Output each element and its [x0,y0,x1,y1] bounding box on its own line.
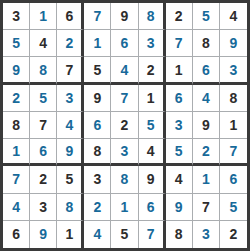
sudoku-cell[interactable]: 2 [139,57,166,84]
sudoku-cell[interactable]: 4 [111,57,138,84]
sudoku-cell[interactable]: 3 [111,139,138,166]
sudoku-cell[interactable]: 2 [166,3,193,30]
sudoku-cell[interactable]: 6 [57,3,84,30]
sudoku-cell[interactable]: 9 [84,85,111,112]
sudoku-cell[interactable]: 3 [193,221,220,248]
sudoku-cell[interactable]: 5 [57,166,84,193]
sudoku-cell[interactable]: 3 [139,30,166,57]
sudoku-cell[interactable]: 7 [57,57,84,84]
sudoku-cell[interactable]: 6 [84,112,111,139]
sudoku-cell[interactable]: 6 [30,139,57,166]
sudoku-cell[interactable]: 4 [84,221,111,248]
sudoku-cell[interactable]: 2 [30,166,57,193]
sudoku-cell[interactable]: 1 [57,221,84,248]
sudoku-cell[interactable]: 2 [84,194,111,221]
sudoku-cell[interactable]: 3 [30,194,57,221]
sudoku-cell[interactable]: 9 [30,221,57,248]
sudoku-cell[interactable]: 9 [111,3,138,30]
sudoku-cell[interactable]: 6 [3,221,30,248]
sudoku-cell[interactable]: 7 [3,166,30,193]
sudoku-cell[interactable]: 8 [139,3,166,30]
sudoku-cell[interactable]: 9 [3,57,30,84]
sudoku-cell[interactable]: 9 [193,112,220,139]
sudoku-cell[interactable]: 1 [3,139,30,166]
sudoku-cell[interactable]: 7 [111,85,138,112]
sudoku-cell[interactable]: 5 [30,85,57,112]
sudoku-cell[interactable]: 4 [139,139,166,166]
sudoku-cell[interactable]: 5 [139,112,166,139]
sudoku-cell[interactable]: 8 [30,57,57,84]
sudoku-cell[interactable]: 9 [57,139,84,166]
sudoku-cell[interactable]: 7 [166,30,193,57]
sudoku-cell[interactable]: 8 [84,139,111,166]
sudoku-cell[interactable]: 1 [30,3,57,30]
sudoku-cell[interactable]: 6 [111,30,138,57]
sudoku-cell[interactable]: 8 [166,221,193,248]
sudoku-cell[interactable]: 1 [166,57,193,84]
sudoku-cell[interactable]: 6 [166,85,193,112]
sudoku-cell[interactable]: 6 [220,166,247,193]
sudoku-cell[interactable]: 5 [84,57,111,84]
sudoku-cell[interactable]: 4 [193,85,220,112]
sudoku-cell[interactable]: 5 [166,139,193,166]
sudoku-cell[interactable]: 3 [57,85,84,112]
sudoku-cell[interactable]: 7 [84,3,111,30]
sudoku-cell[interactable]: 2 [111,112,138,139]
sudoku-cell[interactable]: 3 [166,112,193,139]
sudoku-cell[interactable]: 9 [166,194,193,221]
sudoku-cell[interactable]: 3 [84,166,111,193]
sudoku-cell[interactable]: 7 [30,112,57,139]
sudoku-cell[interactable]: 3 [220,57,247,84]
sudoku-cell[interactable]: 8 [57,194,84,221]
sudoku-cell[interactable]: 5 [111,221,138,248]
sudoku-cell[interactable]: 2 [57,30,84,57]
sudoku-cell[interactable]: 7 [139,221,166,248]
sudoku-cell[interactable]: 3 [3,3,30,30]
sudoku-cell[interactable]: 6 [139,194,166,221]
sudoku-board: 3167982545421637899875421632539716488746… [0,0,250,251]
sudoku-cell[interactable]: 4 [57,112,84,139]
sudoku-cell[interactable]: 7 [193,194,220,221]
sudoku-cell[interactable]: 1 [220,112,247,139]
sudoku-cell[interactable]: 5 [3,30,30,57]
sudoku-cell[interactable]: 1 [111,194,138,221]
sudoku-cell[interactable]: 2 [3,85,30,112]
sudoku-cell[interactable]: 2 [220,221,247,248]
sudoku-cell[interactable]: 1 [193,166,220,193]
sudoku-cell[interactable]: 4 [166,166,193,193]
sudoku-cell[interactable]: 5 [220,194,247,221]
sudoku-cell[interactable]: 4 [220,3,247,30]
sudoku-cell[interactable]: 6 [193,57,220,84]
sudoku-cell[interactable]: 8 [3,112,30,139]
sudoku-cell[interactable]: 5 [193,3,220,30]
sudoku-cell[interactable]: 4 [3,194,30,221]
sudoku-cell[interactable]: 1 [84,30,111,57]
sudoku-cell[interactable]: 4 [30,30,57,57]
sudoku-cell[interactable]: 8 [111,166,138,193]
sudoku-cell[interactable]: 9 [220,30,247,57]
sudoku-cell[interactable]: 9 [139,166,166,193]
sudoku-cell[interactable]: 8 [193,30,220,57]
sudoku-cell[interactable]: 8 [220,85,247,112]
sudoku-cell[interactable]: 7 [220,139,247,166]
sudoku-cell[interactable]: 1 [139,85,166,112]
sudoku-cell[interactable]: 2 [193,139,220,166]
